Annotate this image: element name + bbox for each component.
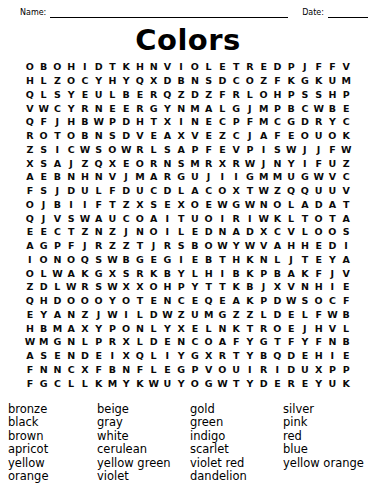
grid-cell-r8c17[interactable]: W — [243, 156, 257, 170]
grid-cell-r12c10[interactable]: A — [147, 211, 161, 225]
grid-cell-r13c17[interactable]: D — [243, 225, 257, 239]
grid-cell-r24c15[interactable]: W — [216, 376, 230, 390]
grid-cell-r19c12[interactable]: Z — [174, 308, 188, 322]
grid-cell-r19c5[interactable]: Z — [78, 308, 92, 322]
grid-cell-r21c1[interactable]: W — [23, 335, 37, 349]
grid-cell-r16c4[interactable]: A — [64, 266, 78, 280]
grid-cell-r23c5[interactable]: X — [78, 363, 92, 377]
grid-cell-r16c7[interactable]: X — [106, 266, 120, 280]
grid-cell-r14c12[interactable]: S — [174, 239, 188, 253]
grid-cell-r15c2[interactable]: O — [37, 253, 51, 267]
grid-cell-r17c18[interactable]: J — [257, 280, 271, 294]
grid-cell-r3c7[interactable]: L — [106, 88, 120, 102]
grid-cell-r6c20[interactable]: E — [284, 129, 298, 143]
grid-cell-r7c14[interactable]: F — [202, 143, 216, 157]
grid-cell-r10c17[interactable]: T — [243, 184, 257, 198]
grid-cell-r21c2[interactable]: M — [37, 335, 51, 349]
grid-cell-r20c6[interactable]: Y — [92, 321, 106, 335]
grid-cell-r23c15[interactable]: O — [216, 363, 230, 377]
grid-cell-r3c15[interactable]: F — [216, 88, 230, 102]
grid-cell-r10c13[interactable]: A — [188, 184, 202, 198]
grid-cell-r10c8[interactable]: D — [119, 184, 133, 198]
grid-cell-r4c21[interactable]: C — [298, 101, 312, 115]
grid-cell-r18c19[interactable]: D — [271, 294, 285, 308]
grid-cell-r13c16[interactable]: A — [229, 225, 243, 239]
grid-cell-r12c15[interactable]: I — [216, 211, 230, 225]
grid-cell-r23c14[interactable]: V — [202, 363, 216, 377]
grid-cell-r19c24[interactable]: B — [339, 308, 353, 322]
grid-cell-r21c6[interactable]: P — [92, 335, 106, 349]
grid-cell-r11c12[interactable]: X — [174, 198, 188, 212]
grid-cell-r4c7[interactable]: E — [106, 101, 120, 115]
grid-cell-r8c5[interactable]: Z — [78, 156, 92, 170]
grid-cell-r10c15[interactable]: O — [216, 184, 230, 198]
grid-cell-r15c16[interactable]: H — [229, 253, 243, 267]
grid-cell-r13c1[interactable]: E — [23, 225, 37, 239]
grid-cell-r19c10[interactable]: D — [147, 308, 161, 322]
grid-cell-r8c24[interactable]: Z — [339, 156, 353, 170]
grid-cell-r12c16[interactable]: R — [229, 211, 243, 225]
grid-cell-r16c20[interactable]: A — [284, 266, 298, 280]
grid-cell-r19c15[interactable]: G — [216, 308, 230, 322]
grid-cell-r22c4[interactable]: N — [64, 349, 78, 363]
grid-cell-r16c17[interactable]: K — [243, 266, 257, 280]
grid-cell-r21c12[interactable]: N — [174, 335, 188, 349]
grid-cell-r10c6[interactable]: L — [92, 184, 106, 198]
grid-cell-r4c24[interactable]: E — [339, 101, 353, 115]
grid-cell-r1c23[interactable]: F — [326, 60, 340, 74]
grid-cell-r2c13[interactable]: N — [188, 74, 202, 88]
grid-cell-r22c19[interactable]: Q — [271, 349, 285, 363]
grid-cell-r20c10[interactable]: L — [147, 321, 161, 335]
grid-cell-r5c17[interactable]: F — [243, 115, 257, 129]
grid-cell-r21c23[interactable]: N — [326, 335, 340, 349]
grid-cell-r24c4[interactable]: L — [64, 376, 78, 390]
grid-cell-r5c3[interactable]: J — [51, 115, 65, 129]
grid-cell-r1c2[interactable]: B — [37, 60, 51, 74]
grid-cell-r13c22[interactable]: O — [312, 225, 326, 239]
grid-cell-r4c18[interactable]: M — [257, 101, 271, 115]
grid-cell-r18c8[interactable]: O — [119, 294, 133, 308]
grid-cell-r7c5[interactable]: W — [78, 143, 92, 157]
grid-cell-r9c10[interactable]: A — [147, 170, 161, 184]
grid-cell-r1c15[interactable]: E — [216, 60, 230, 74]
grid-cell-r9c5[interactable]: H — [78, 170, 92, 184]
grid-cell-r5c7[interactable]: P — [106, 115, 120, 129]
grid-cell-r10c2[interactable]: S — [37, 184, 51, 198]
grid-cell-r20c5[interactable]: X — [78, 321, 92, 335]
grid-cell-r11c10[interactable]: S — [147, 198, 161, 212]
grid-cell-r17c4[interactable]: W — [64, 280, 78, 294]
grid-cell-r20c20[interactable]: E — [284, 321, 298, 335]
grid-cell-r13c20[interactable]: V — [284, 225, 298, 239]
grid-cell-r20c4[interactable]: A — [64, 321, 78, 335]
grid-cell-r16c13[interactable]: L — [188, 266, 202, 280]
grid-cell-r8c13[interactable]: M — [188, 156, 202, 170]
grid-cell-r15c1[interactable]: I — [23, 253, 37, 267]
grid-cell-r15c19[interactable]: L — [271, 253, 285, 267]
grid-cell-r1c13[interactable]: O — [188, 60, 202, 74]
grid-cell-r20c22[interactable]: H — [312, 321, 326, 335]
grid-cell-r6c4[interactable]: O — [64, 129, 78, 143]
grid-cell-r9c13[interactable]: U — [188, 170, 202, 184]
grid-cell-r21c7[interactable]: R — [106, 335, 120, 349]
grid-cell-r15c4[interactable]: O — [64, 253, 78, 267]
grid-cell-r16c10[interactable]: K — [147, 266, 161, 280]
grid-cell-r20c18[interactable]: R — [257, 321, 271, 335]
grid-cell-r10c10[interactable]: C — [147, 184, 161, 198]
grid-cell-r24c5[interactable]: L — [78, 376, 92, 390]
grid-cell-r20c16[interactable]: K — [229, 321, 243, 335]
grid-cell-r5c16[interactable]: P — [229, 115, 243, 129]
grid-cell-r2c12[interactable]: B — [174, 74, 188, 88]
grid-cell-r17c17[interactable]: B — [243, 280, 257, 294]
grid-cell-r2c1[interactable]: H — [23, 74, 37, 88]
grid-cell-r8c3[interactable]: A — [51, 156, 65, 170]
grid-cell-r17c1[interactable]: Z — [23, 280, 37, 294]
grid-cell-r19c4[interactable]: N — [64, 308, 78, 322]
grid-cell-r4c4[interactable]: Y — [64, 101, 78, 115]
grid-cell-r14c15[interactable]: W — [216, 239, 230, 253]
grid-cell-r8c22[interactable]: F — [312, 156, 326, 170]
grid-cell-r22c23[interactable]: I — [326, 349, 340, 363]
grid-cell-r7c20[interactable]: W — [284, 143, 298, 157]
grid-cell-r16c15[interactable]: I — [216, 266, 230, 280]
grid-cell-r24c7[interactable]: M — [106, 376, 120, 390]
grid-cell-r19c6[interactable]: J — [92, 308, 106, 322]
grid-cell-r18c5[interactable]: O — [78, 294, 92, 308]
grid-cell-r8c4[interactable]: J — [64, 156, 78, 170]
grid-cell-r19c21[interactable]: L — [298, 308, 312, 322]
grid-cell-r16c16[interactable]: B — [229, 266, 243, 280]
grid-cell-r22c16[interactable]: T — [229, 349, 243, 363]
grid-cell-r8c8[interactable]: E — [119, 156, 133, 170]
grid-cell-r18c11[interactable]: N — [161, 294, 175, 308]
grid-cell-r3c10[interactable]: R — [147, 88, 161, 102]
grid-cell-r21c13[interactable]: C — [188, 335, 202, 349]
grid-cell-r21c3[interactable]: G — [51, 335, 65, 349]
grid-cell-r11c5[interactable]: I — [78, 198, 92, 212]
grid-cell-r9c6[interactable]: N — [92, 170, 106, 184]
grid-cell-r19c8[interactable]: I — [119, 308, 133, 322]
grid-cell-r1c1[interactable]: O — [23, 60, 37, 74]
grid-cell-r11c13[interactable]: O — [188, 198, 202, 212]
grid-cell-r11c4[interactable]: I — [64, 198, 78, 212]
grid-cell-r14c20[interactable]: H — [284, 239, 298, 253]
grid-cell-r20c19[interactable]: O — [271, 321, 285, 335]
grid-cell-r18c21[interactable]: S — [298, 294, 312, 308]
grid-cell-r2c19[interactable]: F — [271, 74, 285, 88]
grid-cell-r18c16[interactable]: A — [229, 294, 243, 308]
grid-cell-r23c19[interactable]: I — [271, 363, 285, 377]
grid-cell-r5c11[interactable]: X — [161, 115, 175, 129]
grid-cell-r16c11[interactable]: B — [161, 266, 175, 280]
grid-cell-r10c19[interactable]: Z — [271, 184, 285, 198]
grid-cell-r12c5[interactable]: W — [78, 211, 92, 225]
grid-cell-r18c23[interactable]: C — [326, 294, 340, 308]
grid-cell-r21c9[interactable]: L — [133, 335, 147, 349]
grid-cell-r2c18[interactable]: Z — [257, 74, 271, 88]
grid-cell-r14c5[interactable]: J — [78, 239, 92, 253]
grid-cell-r11c16[interactable]: G — [229, 198, 243, 212]
grid-cell-r24c2[interactable]: G — [37, 376, 51, 390]
grid-cell-r7c11[interactable]: S — [161, 143, 175, 157]
grid-cell-r23c13[interactable]: P — [188, 363, 202, 377]
grid-cell-r12c19[interactable]: K — [271, 211, 285, 225]
grid-cell-r22c24[interactable]: E — [339, 349, 353, 363]
grid-cell-r11c20[interactable]: L — [284, 198, 298, 212]
grid-cell-r8c19[interactable]: N — [271, 156, 285, 170]
grid-cell-r15c22[interactable]: E — [312, 253, 326, 267]
grid-cell-r15c21[interactable]: T — [298, 253, 312, 267]
grid-cell-r20c21[interactable]: J — [298, 321, 312, 335]
grid-cell-r11c3[interactable]: B — [51, 198, 65, 212]
grid-cell-r17c10[interactable]: O — [147, 280, 161, 294]
grid-cell-r21c17[interactable]: Y — [243, 335, 257, 349]
grid-cell-r9c24[interactable]: C — [339, 170, 353, 184]
grid-cell-r15c15[interactable]: T — [216, 253, 230, 267]
grid-cell-r1c7[interactable]: T — [106, 60, 120, 74]
grid-cell-r7c23[interactable]: F — [326, 143, 340, 157]
grid-cell-r12c18[interactable]: W — [257, 211, 271, 225]
grid-cell-r22c9[interactable]: Q — [133, 349, 147, 363]
grid-cell-r17c3[interactable]: L — [51, 280, 65, 294]
grid-cell-r17c7[interactable]: W — [106, 280, 120, 294]
grid-cell-r12c11[interactable]: I — [161, 211, 175, 225]
grid-cell-r1c10[interactable]: N — [147, 60, 161, 74]
grid-cell-r15c23[interactable]: Y — [326, 253, 340, 267]
grid-cell-r14c18[interactable]: V — [257, 239, 271, 253]
grid-cell-r7c19[interactable]: S — [271, 143, 285, 157]
grid-cell-r14c7[interactable]: Z — [106, 239, 120, 253]
grid-cell-r13c18[interactable]: X — [257, 225, 271, 239]
grid-cell-r7c22[interactable]: J — [312, 143, 326, 157]
grid-cell-r4c13[interactable]: M — [188, 101, 202, 115]
grid-cell-r22c2[interactable]: S — [37, 349, 51, 363]
grid-cell-r22c22[interactable]: H — [312, 349, 326, 363]
grid-cell-r16c24[interactable]: V — [339, 266, 353, 280]
grid-cell-r3c19[interactable]: H — [271, 88, 285, 102]
grid-cell-r21c15[interactable]: A — [216, 335, 230, 349]
grid-cell-r15c3[interactable]: N — [51, 253, 65, 267]
grid-cell-r2c8[interactable]: Y — [119, 74, 133, 88]
grid-cell-r17c16[interactable]: K — [229, 280, 243, 294]
grid-cell-r3c24[interactable]: P — [339, 88, 353, 102]
grid-cell-r18c4[interactable]: O — [64, 294, 78, 308]
grid-cell-r11c6[interactable]: F — [92, 198, 106, 212]
grid-cell-r11c14[interactable]: E — [202, 198, 216, 212]
grid-cell-r8c12[interactable]: S — [174, 156, 188, 170]
name-blank-line[interactable] — [50, 8, 288, 18]
grid-cell-r6c24[interactable]: K — [339, 129, 353, 143]
grid-cell-r12c4[interactable]: S — [64, 211, 78, 225]
grid-cell-r23c11[interactable]: E — [161, 363, 175, 377]
grid-cell-r16c21[interactable]: K — [298, 266, 312, 280]
grid-cell-r9c15[interactable]: I — [216, 170, 230, 184]
grid-cell-r11c23[interactable]: A — [326, 198, 340, 212]
grid-cell-r22c3[interactable]: E — [51, 349, 65, 363]
grid-cell-r6c19[interactable]: F — [271, 129, 285, 143]
grid-cell-r4c12[interactable]: N — [174, 101, 188, 115]
grid-cell-r19c1[interactable]: E — [23, 308, 37, 322]
grid-cell-r1c12[interactable]: I — [174, 60, 188, 74]
grid-cell-r12c1[interactable]: Q — [23, 211, 37, 225]
grid-cell-r2c15[interactable]: D — [216, 74, 230, 88]
grid-cell-r19c2[interactable]: Y — [37, 308, 51, 322]
grid-cell-r24c18[interactable]: D — [257, 376, 271, 390]
grid-cell-r6c15[interactable]: Z — [216, 129, 230, 143]
grid-cell-r11c18[interactable]: N — [257, 198, 271, 212]
grid-cell-r3c9[interactable]: E — [133, 88, 147, 102]
grid-cell-r12c23[interactable]: T — [326, 211, 340, 225]
grid-cell-r22c8[interactable]: X — [119, 349, 133, 363]
grid-cell-r4c14[interactable]: A — [202, 101, 216, 115]
grid-cell-r10c1[interactable]: F — [23, 184, 37, 198]
grid-cell-r14c16[interactable]: Y — [229, 239, 243, 253]
grid-cell-r16c19[interactable]: B — [271, 266, 285, 280]
grid-cell-r10c14[interactable]: C — [202, 184, 216, 198]
grid-cell-r18c17[interactable]: K — [243, 294, 257, 308]
grid-cell-r13c3[interactable]: C — [51, 225, 65, 239]
grid-cell-r3c18[interactable]: O — [257, 88, 271, 102]
grid-cell-r20c9[interactable]: N — [133, 321, 147, 335]
grid-cell-r4c9[interactable]: R — [133, 101, 147, 115]
grid-cell-r14c17[interactable]: W — [243, 239, 257, 253]
grid-cell-r21c10[interactable]: D — [147, 335, 161, 349]
grid-cell-r5c10[interactable]: T — [147, 115, 161, 129]
grid-cell-r24c23[interactable]: U — [326, 376, 340, 390]
grid-cell-r4c23[interactable]: B — [326, 101, 340, 115]
grid-cell-r24c1[interactable]: F — [23, 376, 37, 390]
grid-cell-r5c18[interactable]: M — [257, 115, 271, 129]
grid-cell-r17c19[interactable]: X — [271, 280, 285, 294]
grid-cell-r14c21[interactable]: H — [298, 239, 312, 253]
grid-cell-r14c9[interactable]: T — [133, 239, 147, 253]
grid-cell-r15c12[interactable]: I — [174, 253, 188, 267]
grid-cell-r19c22[interactable]: F — [312, 308, 326, 322]
grid-cell-r4c10[interactable]: G — [147, 101, 161, 115]
grid-cell-r23c1[interactable]: F — [23, 363, 37, 377]
grid-cell-r22c18[interactable]: B — [257, 349, 271, 363]
grid-cell-r3c8[interactable]: B — [119, 88, 133, 102]
grid-cell-r9c18[interactable]: M — [257, 170, 271, 184]
grid-cell-r1c21[interactable]: J — [298, 60, 312, 74]
grid-cell-r4c3[interactable]: C — [51, 101, 65, 115]
grid-cell-r6c16[interactable]: C — [229, 129, 243, 143]
grid-cell-r3c4[interactable]: Y — [64, 88, 78, 102]
grid-cell-r22c6[interactable]: E — [92, 349, 106, 363]
grid-cell-r17c22[interactable]: H — [312, 280, 326, 294]
grid-cell-r3c12[interactable]: Z — [174, 88, 188, 102]
grid-cell-r22c12[interactable]: Y — [174, 349, 188, 363]
date-blank-line[interactable] — [328, 8, 368, 18]
grid-cell-r11c11[interactable]: E — [161, 198, 175, 212]
grid-cell-r14c11[interactable]: R — [161, 239, 175, 253]
grid-cell-r16c14[interactable]: H — [202, 266, 216, 280]
grid-cell-r14c10[interactable]: J — [147, 239, 161, 253]
grid-cell-r24c9[interactable]: K — [133, 376, 147, 390]
grid-cell-r6c18[interactable]: A — [257, 129, 271, 143]
grid-cell-r4c1[interactable]: V — [23, 101, 37, 115]
grid-cell-r9c8[interactable]: J — [119, 170, 133, 184]
grid-cell-r2c2[interactable]: L — [37, 74, 51, 88]
grid-cell-r16c18[interactable]: P — [257, 266, 271, 280]
grid-cell-r15c24[interactable]: A — [339, 253, 353, 267]
grid-cell-r17c13[interactable]: Y — [188, 280, 202, 294]
grid-cell-r1c19[interactable]: D — [271, 60, 285, 74]
grid-cell-r6c2[interactable]: O — [37, 129, 51, 143]
grid-cell-r12c3[interactable]: V — [51, 211, 65, 225]
grid-cell-r3c17[interactable]: L — [243, 88, 257, 102]
grid-cell-r5c12[interactable]: I — [174, 115, 188, 129]
grid-cell-r8c10[interactable]: R — [147, 156, 161, 170]
grid-cell-r1c18[interactable]: E — [257, 60, 271, 74]
grid-cell-r7c18[interactable]: I — [257, 143, 271, 157]
grid-cell-r2c23[interactable]: U — [326, 74, 340, 88]
grid-cell-r18c3[interactable]: D — [51, 294, 65, 308]
grid-cell-r22c13[interactable]: G — [188, 349, 202, 363]
grid-cell-r5c6[interactable]: W — [92, 115, 106, 129]
grid-cell-r13c21[interactable]: L — [298, 225, 312, 239]
grid-cell-r11c17[interactable]: W — [243, 198, 257, 212]
grid-cell-r7c15[interactable]: E — [216, 143, 230, 157]
grid-cell-r2c9[interactable]: Q — [133, 74, 147, 88]
grid-cell-r1c9[interactable]: H — [133, 60, 147, 74]
grid-cell-r23c20[interactable]: D — [284, 363, 298, 377]
grid-cell-r5c2[interactable]: F — [37, 115, 51, 129]
grid-cell-r7c7[interactable]: O — [106, 143, 120, 157]
grid-cell-r23c22[interactable]: X — [312, 363, 326, 377]
grid-cell-r2c11[interactable]: D — [161, 74, 175, 88]
grid-cell-r20c13[interactable]: E — [188, 321, 202, 335]
grid-cell-r17c14[interactable]: T — [202, 280, 216, 294]
grid-cell-r22c1[interactable]: A — [23, 349, 37, 363]
grid-cell-r6c13[interactable]: V — [188, 129, 202, 143]
grid-cell-r4c17[interactable]: J — [243, 101, 257, 115]
grid-cell-r5c1[interactable]: Q — [23, 115, 37, 129]
grid-cell-r23c21[interactable]: U — [298, 363, 312, 377]
grid-cell-r17c11[interactable]: H — [161, 280, 175, 294]
grid-cell-r4c6[interactable]: N — [92, 101, 106, 115]
grid-cell-r5c20[interactable]: G — [284, 115, 298, 129]
grid-cell-r4c19[interactable]: P — [271, 101, 285, 115]
grid-cell-r17c15[interactable]: T — [216, 280, 230, 294]
grid-cell-r18c7[interactable]: Y — [106, 294, 120, 308]
grid-cell-r23c18[interactable]: R — [257, 363, 271, 377]
grid-cell-r7c9[interactable]: R — [133, 143, 147, 157]
grid-cell-r23c23[interactable]: P — [326, 363, 340, 377]
grid-cell-r6c17[interactable]: J — [243, 129, 257, 143]
grid-cell-r12c20[interactable]: L — [284, 211, 298, 225]
grid-cell-r2c22[interactable]: K — [312, 74, 326, 88]
grid-cell-r6c6[interactable]: N — [92, 129, 106, 143]
grid-cell-r10c4[interactable]: D — [64, 184, 78, 198]
grid-cell-r8c23[interactable]: U — [326, 156, 340, 170]
grid-cell-r11c8[interactable]: Z — [119, 198, 133, 212]
grid-cell-r18c10[interactable]: E — [147, 294, 161, 308]
grid-cell-r9c7[interactable]: V — [106, 170, 120, 184]
grid-cell-r8c1[interactable]: X — [23, 156, 37, 170]
grid-cell-r21c20[interactable]: F — [284, 335, 298, 349]
grid-cell-r16c22[interactable]: F — [312, 266, 326, 280]
grid-cell-r5c22[interactable]: R — [312, 115, 326, 129]
grid-cell-r24c21[interactable]: E — [298, 376, 312, 390]
grid-cell-r3c14[interactable]: Z — [202, 88, 216, 102]
grid-cell-r6c14[interactable]: E — [202, 129, 216, 143]
grid-cell-r24c14[interactable]: G — [202, 376, 216, 390]
grid-cell-r8c11[interactable]: N — [161, 156, 175, 170]
grid-cell-r11c15[interactable]: W — [216, 198, 230, 212]
